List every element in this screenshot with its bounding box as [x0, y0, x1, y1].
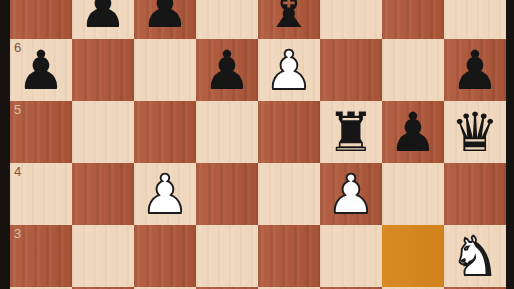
square-c7[interactable]: ♟ [134, 0, 196, 39]
square-e3[interactable] [258, 225, 320, 287]
square-f5[interactable]: ♜ [320, 101, 382, 163]
square-b4[interactable] [72, 163, 134, 225]
piece-white-pawn-f4[interactable]: ♟ [320, 163, 382, 225]
chess-board: ♟♟♝6♟♟♟♟5♜♟♛4♟♟3♞ [10, 0, 506, 289]
square-d5[interactable] [196, 101, 258, 163]
piece-black-pawn-h6[interactable]: ♟ [444, 39, 506, 101]
square-h4[interactable] [444, 163, 506, 225]
square-f4[interactable]: ♟ [320, 163, 382, 225]
square-c3[interactable] [134, 225, 196, 287]
square-b6[interactable] [72, 39, 134, 101]
square-g4[interactable] [382, 163, 444, 225]
rank-label-5: 5 [14, 102, 21, 117]
piece-white-pawn-c4[interactable]: ♟ [134, 163, 196, 225]
square-g3[interactable] [382, 225, 444, 287]
square-g5[interactable]: ♟ [382, 101, 444, 163]
square-e5[interactable] [258, 101, 320, 163]
piece-black-rook-f5[interactable]: ♜ [320, 101, 382, 163]
square-a4[interactable]: 4 [10, 163, 72, 225]
square-h5[interactable]: ♛ [444, 101, 506, 163]
piece-white-knight-h3[interactable]: ♞ [444, 225, 506, 287]
square-c6[interactable] [134, 39, 196, 101]
piece-black-pawn-c7[interactable]: ♟ [134, 0, 196, 39]
chessboard-viewport: ♟♟♝6♟♟♟♟5♜♟♛4♟♟3♞ [0, 0, 514, 289]
piece-white-pawn-e6[interactable]: ♟ [258, 39, 320, 101]
square-d4[interactable] [196, 163, 258, 225]
square-c4[interactable]: ♟ [134, 163, 196, 225]
square-f3[interactable] [320, 225, 382, 287]
square-d3[interactable] [196, 225, 258, 287]
square-e7[interactable]: ♝ [258, 0, 320, 39]
square-e4[interactable] [258, 163, 320, 225]
rank-label-3: 3 [14, 226, 21, 241]
square-c5[interactable] [134, 101, 196, 163]
square-g6[interactable] [382, 39, 444, 101]
rank-label-4: 4 [14, 164, 21, 179]
square-e6[interactable]: ♟ [258, 39, 320, 101]
piece-black-bishop-e7[interactable]: ♝ [258, 0, 320, 39]
square-f6[interactable] [320, 39, 382, 101]
piece-black-pawn-a6[interactable]: ♟ [10, 39, 72, 101]
square-d6[interactable]: ♟ [196, 39, 258, 101]
square-d7[interactable] [196, 0, 258, 39]
square-f7[interactable] [320, 0, 382, 39]
piece-black-queen-h5[interactable]: ♛ [444, 101, 506, 163]
square-a3[interactable]: 3 [10, 225, 72, 287]
square-b3[interactable] [72, 225, 134, 287]
piece-black-pawn-g5[interactable]: ♟ [382, 101, 444, 163]
square-g7[interactable] [382, 0, 444, 39]
square-a5[interactable]: 5 [10, 101, 72, 163]
square-h3[interactable]: ♞ [444, 225, 506, 287]
square-a7[interactable] [10, 0, 72, 39]
piece-black-pawn-b7[interactable]: ♟ [72, 0, 134, 39]
square-b5[interactable] [72, 101, 134, 163]
square-a6[interactable]: 6♟ [10, 39, 72, 101]
square-b7[interactable]: ♟ [72, 0, 134, 39]
square-h6[interactable]: ♟ [444, 39, 506, 101]
piece-black-pawn-d6[interactable]: ♟ [196, 39, 258, 101]
square-h7[interactable] [444, 0, 506, 39]
